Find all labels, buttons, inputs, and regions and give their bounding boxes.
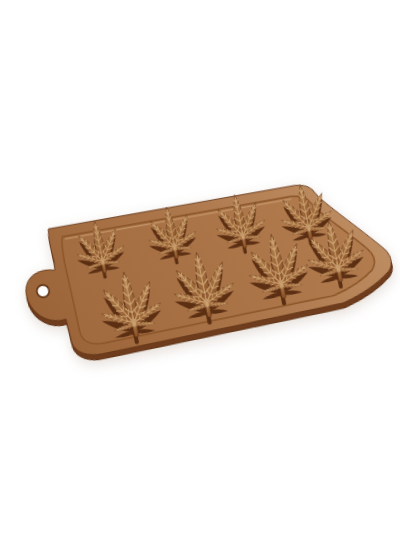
- leaf-cavity-r2c4: [290, 205, 379, 299]
- product-photo: [0, 0, 400, 545]
- leaf-icon: [290, 205, 379, 299]
- silicone-mold: [42, 176, 350, 363]
